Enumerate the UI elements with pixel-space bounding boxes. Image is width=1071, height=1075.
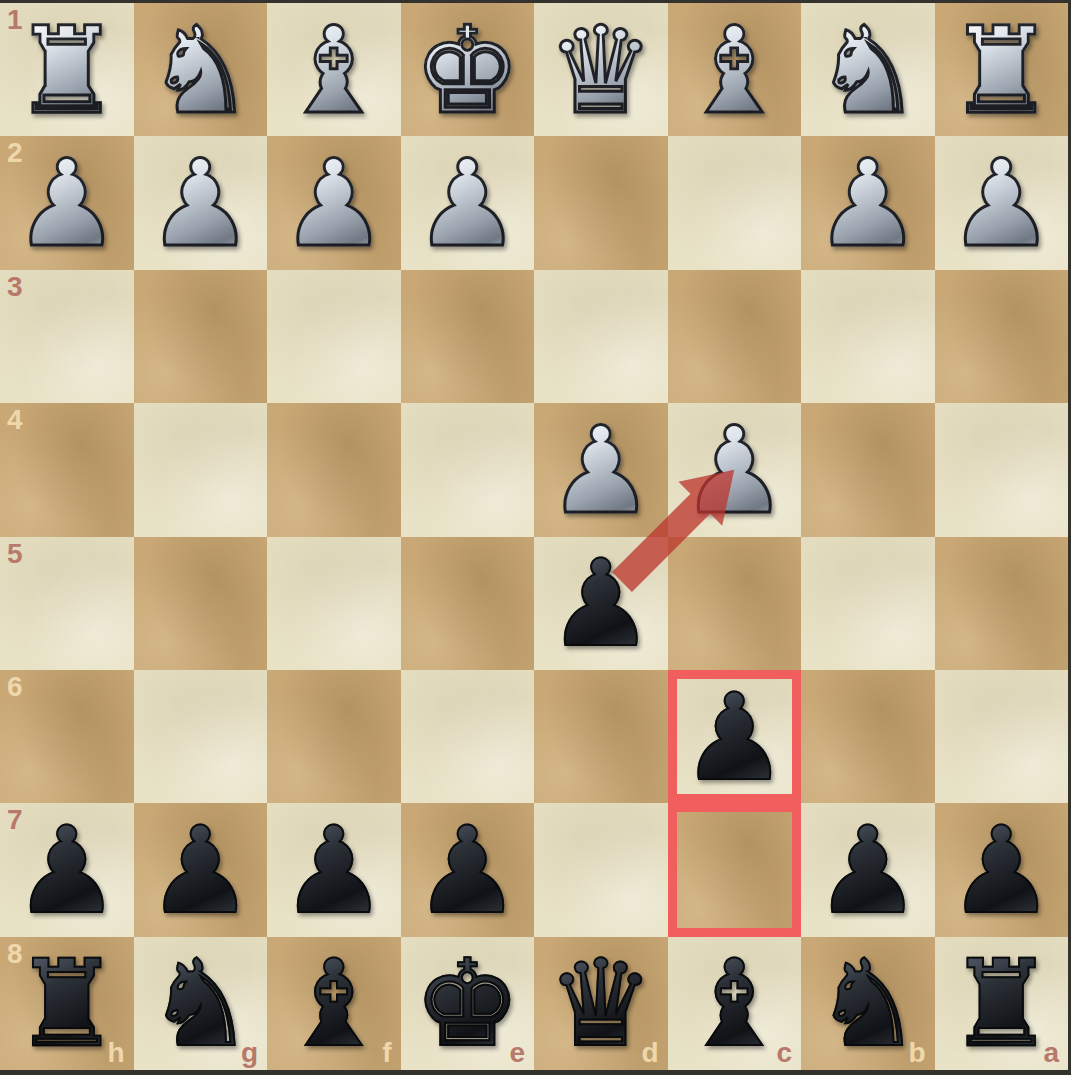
piece-white-rook-h1[interactable]: ♜	[13, 11, 121, 131]
square-h2[interactable]: 2♟	[0, 136, 134, 269]
piece-white-bishop-c1[interactable]: ♝	[680, 11, 788, 131]
square-g8[interactable]: g♞	[134, 937, 268, 1070]
square-h6[interactable]: 6	[0, 670, 134, 803]
square-f5[interactable]	[267, 537, 401, 670]
piece-white-bishop-f1[interactable]: ♝	[280, 11, 388, 131]
square-d3[interactable]	[534, 270, 668, 403]
piece-white-pawn-h2[interactable]: ♟	[13, 144, 121, 264]
square-f2[interactable]: ♟	[267, 136, 401, 269]
piece-white-pawn-b2[interactable]: ♟	[814, 144, 922, 264]
piece-white-pawn-g2[interactable]: ♟	[146, 144, 254, 264]
piece-black-bishop-f8[interactable]: ♝	[280, 944, 388, 1064]
square-e8[interactable]: e♚	[401, 937, 535, 1070]
square-h8[interactable]: 8h♜	[0, 937, 134, 1070]
piece-white-pawn-f2[interactable]: ♟	[280, 144, 388, 264]
rank-label-6: 6	[7, 673, 23, 701]
square-d2[interactable]	[534, 136, 668, 269]
square-g7[interactable]: ♟	[134, 803, 268, 936]
square-e3[interactable]	[401, 270, 535, 403]
piece-black-rook-h8[interactable]: ♜	[13, 944, 121, 1064]
piece-white-pawn-c4[interactable]: ♟	[680, 411, 788, 531]
piece-black-king-e8[interactable]: ♚	[413, 944, 521, 1064]
square-f3[interactable]	[267, 270, 401, 403]
square-f7[interactable]: ♟	[267, 803, 401, 936]
square-h7[interactable]: 7♟	[0, 803, 134, 936]
square-a8[interactable]: a♜	[935, 937, 1069, 1070]
square-e1[interactable]: ♚	[401, 3, 535, 136]
square-e7[interactable]: ♟	[401, 803, 535, 936]
piece-white-queen-d1[interactable]: ♛	[547, 11, 655, 131]
square-a7[interactable]: ♟	[935, 803, 1069, 936]
chess-board: 1♜♞♝♚♛♝♞♜2♟♟♟♟♟♟34♟♟5♟6♟7♟♟♟♟♟♟8h♜g♞f♝e♚…	[0, 3, 1068, 1070]
square-g6[interactable]	[134, 670, 268, 803]
piece-white-pawn-e2[interactable]: ♟	[413, 144, 521, 264]
square-c5[interactable]	[668, 537, 802, 670]
piece-white-pawn-d4[interactable]: ♟	[547, 411, 655, 531]
piece-black-bishop-c8[interactable]: ♝	[680, 944, 788, 1064]
piece-white-king-e1[interactable]: ♚	[413, 11, 521, 131]
piece-black-pawn-a7[interactable]: ♟	[947, 811, 1055, 931]
rank-label-3: 3	[7, 273, 23, 301]
square-e5[interactable]	[401, 537, 535, 670]
square-b5[interactable]	[801, 537, 935, 670]
square-f6[interactable]	[267, 670, 401, 803]
square-g3[interactable]	[134, 270, 268, 403]
square-c1[interactable]: ♝	[668, 3, 802, 136]
square-a3[interactable]	[935, 270, 1069, 403]
square-a2[interactable]: ♟	[935, 136, 1069, 269]
square-b3[interactable]	[801, 270, 935, 403]
square-b2[interactable]: ♟	[801, 136, 935, 269]
square-a1[interactable]: ♜	[935, 3, 1069, 136]
piece-white-knight-b1[interactable]: ♞	[814, 11, 922, 131]
piece-white-rook-a1[interactable]: ♜	[947, 11, 1055, 131]
square-c7[interactable]	[668, 803, 802, 936]
square-f4[interactable]	[267, 403, 401, 536]
square-h3[interactable]: 3	[0, 270, 134, 403]
piece-black-pawn-e7[interactable]: ♟	[413, 811, 521, 931]
square-h1[interactable]: 1♜	[0, 3, 134, 136]
piece-black-pawn-b7[interactable]: ♟	[814, 811, 922, 931]
square-d8[interactable]: d♛	[534, 937, 668, 1070]
square-c6[interactable]: ♟	[668, 670, 802, 803]
piece-black-pawn-c6[interactable]: ♟	[680, 678, 788, 798]
square-g2[interactable]: ♟	[134, 136, 268, 269]
square-e2[interactable]: ♟	[401, 136, 535, 269]
piece-black-queen-d8[interactable]: ♛	[547, 944, 655, 1064]
piece-black-knight-g8[interactable]: ♞	[146, 944, 254, 1064]
square-c2[interactable]	[668, 136, 802, 269]
square-b4[interactable]	[801, 403, 935, 536]
square-c4[interactable]: ♟	[668, 403, 802, 536]
square-d4[interactable]: ♟	[534, 403, 668, 536]
square-d7[interactable]	[534, 803, 668, 936]
square-b6[interactable]	[801, 670, 935, 803]
piece-black-knight-b8[interactable]: ♞	[814, 944, 922, 1064]
piece-black-pawn-d5[interactable]: ♟	[547, 544, 655, 664]
square-a5[interactable]	[935, 537, 1069, 670]
square-a4[interactable]	[935, 403, 1069, 536]
piece-white-knight-g1[interactable]: ♞	[146, 11, 254, 131]
piece-white-pawn-a2[interactable]: ♟	[947, 144, 1055, 264]
square-f1[interactable]: ♝	[267, 3, 401, 136]
square-g1[interactable]: ♞	[134, 3, 268, 136]
square-d1[interactable]: ♛	[534, 3, 668, 136]
rank-label-5: 5	[7, 540, 23, 568]
square-g4[interactable]	[134, 403, 268, 536]
rank-label-4: 4	[7, 406, 23, 434]
square-b1[interactable]: ♞	[801, 3, 935, 136]
square-d5[interactable]: ♟	[534, 537, 668, 670]
square-h5[interactable]: 5	[0, 537, 134, 670]
square-d6[interactable]	[534, 670, 668, 803]
piece-black-pawn-g7[interactable]: ♟	[146, 811, 254, 931]
piece-black-pawn-h7[interactable]: ♟	[13, 811, 121, 931]
square-e6[interactable]	[401, 670, 535, 803]
square-c8[interactable]: c♝	[668, 937, 802, 1070]
square-b7[interactable]: ♟	[801, 803, 935, 936]
square-e4[interactable]	[401, 403, 535, 536]
square-c3[interactable]	[668, 270, 802, 403]
piece-black-pawn-f7[interactable]: ♟	[280, 811, 388, 931]
square-b8[interactable]: b♞	[801, 937, 935, 1070]
square-g5[interactable]	[134, 537, 268, 670]
square-h4[interactable]: 4	[0, 403, 134, 536]
square-a6[interactable]	[935, 670, 1069, 803]
piece-black-rook-a8[interactable]: ♜	[947, 944, 1055, 1064]
square-f8[interactable]: f♝	[267, 937, 401, 1070]
